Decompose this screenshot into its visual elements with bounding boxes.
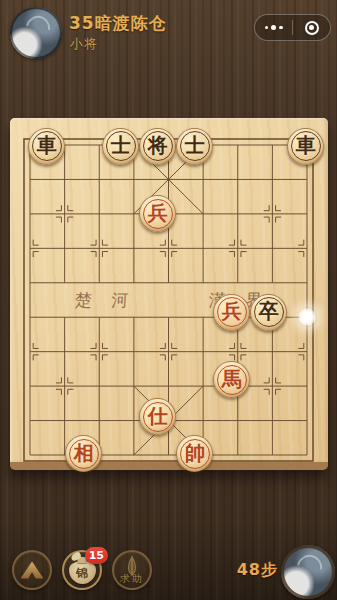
piece-character: 相	[74, 443, 94, 463]
user-avatar[interactable]	[281, 545, 335, 599]
more-dots-icon	[271, 25, 276, 30]
step-counter: 48步	[234, 560, 278, 581]
exit-circle-icon	[305, 21, 319, 35]
bag-label: 锦	[76, 565, 88, 582]
move-indicator	[297, 307, 317, 327]
piece-character: 兵	[148, 203, 168, 223]
piece-black-chariot[interactable]: 車	[287, 128, 324, 165]
player-rank-label: 小将	[70, 35, 98, 53]
piece-red-general[interactable]: 帥	[176, 435, 213, 472]
wechat-capsule	[254, 14, 331, 41]
more-dots-icon	[279, 26, 283, 30]
piece-red-soldier[interactable]: 兵	[139, 195, 176, 232]
piece-red-soldier[interactable]: 兵	[213, 294, 250, 331]
mountain-chevron-icon	[21, 562, 44, 579]
ask-help-button[interactable]: 求助	[112, 550, 152, 590]
player-avatar[interactable]	[10, 7, 62, 59]
piece-red-elephant[interactable]: 相	[65, 435, 102, 472]
piece-character: 士	[111, 135, 131, 155]
piece-black-soldier[interactable]: 卒	[250, 294, 287, 331]
piece-red-horse[interactable]: 馬	[213, 361, 250, 398]
exit-button[interactable]	[293, 15, 330, 40]
piece-black-chariot[interactable]: 車	[28, 128, 65, 165]
piece-character: 士	[185, 135, 205, 155]
piece-character: 馬	[222, 369, 242, 389]
menu-button[interactable]	[12, 550, 52, 590]
level-title: 35暗渡陈仓	[69, 12, 167, 35]
piece-black-general[interactable]: 将	[139, 128, 176, 165]
brocade-bag-icon: 锦	[69, 561, 96, 584]
hint-bag-button[interactable]: 锦 15	[62, 550, 102, 590]
hint-count-badge: 15	[85, 547, 108, 564]
piece-character: 将	[148, 135, 168, 155]
piece-character: 車	[296, 135, 316, 155]
piece-black-advisor[interactable]: 士	[102, 128, 139, 165]
piece-character: 卒	[259, 301, 279, 321]
help-label: 求助	[114, 572, 150, 586]
piece-character: 車	[37, 135, 57, 155]
more-button[interactable]	[255, 15, 292, 40]
piece-black-advisor[interactable]: 士	[176, 128, 213, 165]
more-dots-icon	[265, 26, 269, 30]
pieces-layer: 車将士士車兵兵卒馬仕相帥	[13, 128, 325, 472]
piece-red-advisor[interactable]: 仕	[139, 398, 176, 435]
xiangqi-board[interactable]: 楚 河 漢 界 車将士士車兵兵卒馬仕相帥	[10, 118, 328, 470]
piece-character: 帥	[185, 443, 205, 463]
piece-character: 兵	[222, 301, 242, 321]
piece-character: 仕	[148, 406, 168, 426]
